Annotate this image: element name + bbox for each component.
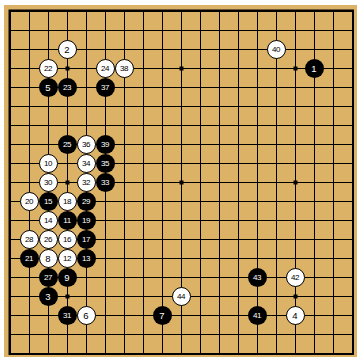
stone-black-move-1[interactable]: 1 xyxy=(305,59,324,78)
stone-white-move-14[interactable]: 14 xyxy=(39,211,58,230)
stone-white-move-16[interactable]: 16 xyxy=(58,230,77,249)
move-number-label: 28 xyxy=(25,236,33,244)
stone-white-move-18[interactable]: 18 xyxy=(58,192,77,211)
stone-black-move-31[interactable]: 31 xyxy=(58,306,77,325)
stone-black-move-41[interactable]: 41 xyxy=(248,306,267,325)
move-number-label: 20 xyxy=(25,198,33,206)
stones-layer: 1234567891011121314151617181920212223242… xyxy=(1,2,361,361)
move-number-label: 2 xyxy=(64,45,69,55)
stone-black-move-25[interactable]: 25 xyxy=(58,135,77,154)
stone-black-move-17[interactable]: 17 xyxy=(77,230,96,249)
stone-black-move-21[interactable]: 21 xyxy=(20,249,39,268)
stone-black-move-11[interactable]: 11 xyxy=(58,211,77,230)
move-number-label: 17 xyxy=(82,236,90,244)
stone-black-move-9[interactable]: 9 xyxy=(58,268,77,287)
move-number-label: 13 xyxy=(82,255,90,263)
move-number-label: 23 xyxy=(63,84,71,92)
move-number-label: 41 xyxy=(253,312,261,320)
stone-black-move-23[interactable]: 23 xyxy=(58,78,77,97)
move-number-label: 30 xyxy=(44,179,52,187)
move-number-label: 11 xyxy=(63,217,71,225)
move-number-label: 1 xyxy=(311,64,316,74)
move-number-label: 39 xyxy=(101,141,109,149)
stone-white-move-20[interactable]: 20 xyxy=(20,192,39,211)
stone-white-move-38[interactable]: 38 xyxy=(115,59,134,78)
move-number-label: 6 xyxy=(83,311,88,321)
move-number-label: 3 xyxy=(45,292,50,302)
stone-black-move-37[interactable]: 37 xyxy=(96,78,115,97)
move-number-label: 29 xyxy=(82,198,90,206)
move-number-label: 31 xyxy=(63,312,71,320)
stone-white-move-4[interactable]: 4 xyxy=(286,306,305,325)
stone-white-move-36[interactable]: 36 xyxy=(77,135,96,154)
stone-white-move-12[interactable]: 12 xyxy=(58,249,77,268)
stone-black-move-27[interactable]: 27 xyxy=(39,268,58,287)
move-number-label: 34 xyxy=(82,160,90,168)
move-number-label: 24 xyxy=(101,65,109,73)
stone-black-move-7[interactable]: 7 xyxy=(153,306,172,325)
move-number-label: 35 xyxy=(101,160,109,168)
move-number-label: 43 xyxy=(253,274,261,282)
stone-white-move-44[interactable]: 44 xyxy=(172,287,191,306)
stone-white-move-30[interactable]: 30 xyxy=(39,173,58,192)
move-number-label: 16 xyxy=(63,236,71,244)
move-number-label: 15 xyxy=(44,198,52,206)
move-number-label: 26 xyxy=(44,236,52,244)
stone-black-move-35[interactable]: 35 xyxy=(96,154,115,173)
stone-black-move-33[interactable]: 33 xyxy=(96,173,115,192)
move-number-label: 10 xyxy=(44,160,52,168)
stone-white-move-2[interactable]: 2 xyxy=(58,40,77,59)
stone-white-move-32[interactable]: 32 xyxy=(77,173,96,192)
stone-black-move-29[interactable]: 29 xyxy=(77,192,96,211)
stone-black-move-13[interactable]: 13 xyxy=(77,249,96,268)
stone-white-move-40[interactable]: 40 xyxy=(267,40,286,59)
stone-white-move-24[interactable]: 24 xyxy=(96,59,115,78)
move-number-label: 40 xyxy=(272,46,280,54)
move-number-label: 4 xyxy=(292,311,297,321)
move-number-label: 27 xyxy=(44,274,52,282)
move-number-label: 38 xyxy=(120,65,128,73)
move-number-label: 5 xyxy=(45,83,50,93)
move-number-label: 32 xyxy=(82,179,90,187)
move-number-label: 25 xyxy=(63,141,71,149)
move-number-label: 8 xyxy=(45,254,50,264)
move-number-label: 14 xyxy=(44,217,52,225)
stone-black-move-5[interactable]: 5 xyxy=(39,78,58,97)
stone-white-move-10[interactable]: 10 xyxy=(39,154,58,173)
stone-black-move-19[interactable]: 19 xyxy=(77,211,96,230)
move-number-label: 9 xyxy=(64,273,69,283)
stone-white-move-42[interactable]: 42 xyxy=(286,268,305,287)
move-number-label: 33 xyxy=(101,179,109,187)
move-number-label: 42 xyxy=(291,274,299,282)
stone-white-move-28[interactable]: 28 xyxy=(20,230,39,249)
stone-black-move-43[interactable]: 43 xyxy=(248,268,267,287)
stone-white-move-34[interactable]: 34 xyxy=(77,154,96,173)
move-number-label: 37 xyxy=(101,84,109,92)
move-number-label: 22 xyxy=(44,65,52,73)
stone-black-move-39[interactable]: 39 xyxy=(96,135,115,154)
go-diagram-page: 1234567891011121314151617181920212223242… xyxy=(0,0,361,361)
stone-white-move-6[interactable]: 6 xyxy=(77,306,96,325)
move-number-label: 18 xyxy=(63,198,71,206)
stone-white-move-8[interactable]: 8 xyxy=(39,249,58,268)
stone-white-move-22[interactable]: 22 xyxy=(39,59,58,78)
go-board[interactable]: 1234567891011121314151617181920212223242… xyxy=(4,5,357,357)
stone-black-move-15[interactable]: 15 xyxy=(39,192,58,211)
move-number-label: 44 xyxy=(177,293,185,301)
move-number-label: 7 xyxy=(159,311,164,321)
stone-black-move-3[interactable]: 3 xyxy=(39,287,58,306)
stone-white-move-26[interactable]: 26 xyxy=(39,230,58,249)
move-number-label: 19 xyxy=(82,217,90,225)
move-number-label: 12 xyxy=(63,255,71,263)
move-number-label: 21 xyxy=(25,255,33,263)
move-number-label: 36 xyxy=(82,141,90,149)
